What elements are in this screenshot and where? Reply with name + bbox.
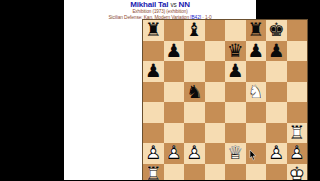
piece-white-pawn-b2: ♟♙ — [164, 143, 185, 164]
square-h8 — [287, 20, 308, 41]
square-g8: ♚ — [266, 20, 287, 41]
piece-black-pawn-f7: ♟ — [246, 41, 267, 62]
square-c1 — [184, 164, 205, 181]
piece-white-pawn-g2: ♟♙ — [266, 143, 287, 164]
game-panel: Mikhail Tal vs NN Exhibition (1973) (exh… — [64, 0, 256, 180]
piece-black-pawn-e6: ♟ — [225, 61, 246, 82]
piece-black-rook-a8: ♜ — [143, 20, 164, 41]
square-c5: ♞ — [184, 82, 205, 103]
square-f4 — [246, 102, 267, 123]
piece-black-pawn-b7: ♟ — [164, 41, 185, 62]
square-d8 — [205, 20, 226, 41]
square-b8 — [164, 20, 185, 41]
square-f8: ♜ — [246, 20, 267, 41]
square-c8: ♝ — [184, 20, 205, 41]
square-h4 — [287, 102, 308, 123]
piece-black-king-g8: ♚ — [266, 20, 287, 41]
square-b5 — [164, 82, 185, 103]
piece-white-rook-h3: ♜♖ — [287, 123, 308, 144]
vs-label: vs — [170, 1, 176, 8]
square-g2: ♟♙ — [266, 143, 287, 164]
square-b3 — [164, 123, 185, 144]
piece-black-queen-e7: ♛ — [225, 41, 246, 62]
square-g6 — [266, 61, 287, 82]
piece-black-knight-c5: ♞ — [184, 82, 205, 103]
square-d5 — [205, 82, 226, 103]
piece-black-pawn-a6: ♟ — [143, 61, 164, 82]
square-a8: ♜ — [143, 20, 164, 41]
square-e4 — [225, 102, 246, 123]
square-f1 — [246, 164, 267, 181]
square-e6: ♟ — [225, 61, 246, 82]
square-d4 — [205, 102, 226, 123]
square-a4 — [143, 102, 164, 123]
square-b6 — [164, 61, 185, 82]
video-frame: Mikhail Tal vs NN Exhibition (1973) (exh… — [0, 0, 320, 180]
game-title: Mikhail Tal vs NN — [64, 1, 256, 9]
square-b7: ♟ — [164, 41, 185, 62]
square-d6 — [205, 61, 226, 82]
square-a7 — [143, 41, 164, 62]
piece-black-bishop-c8: ♝ — [184, 20, 205, 41]
square-d3 — [205, 123, 226, 144]
square-c7 — [184, 41, 205, 62]
square-g7: ♟ — [266, 41, 287, 62]
square-e8 — [225, 20, 246, 41]
black-player-link[interactable]: NN — [179, 0, 190, 9]
piece-black-pawn-g7: ♟ — [266, 41, 287, 62]
result-label: 1-0 — [205, 15, 212, 20]
square-g3 — [266, 123, 287, 144]
square-b2: ♟♙ — [164, 143, 185, 164]
square-c4 — [184, 102, 205, 123]
square-b1 — [164, 164, 185, 181]
square-e7: ♛ — [225, 41, 246, 62]
game-header: Mikhail Tal vs NN Exhibition (1973) (exh… — [64, 0, 256, 21]
square-a2: ♟♙ — [143, 143, 164, 164]
square-h1: ♚♔ — [287, 164, 308, 181]
piece-white-knight-f5: ♞♘ — [246, 82, 267, 103]
square-f7: ♟ — [246, 41, 267, 62]
square-e3 — [225, 123, 246, 144]
square-c2: ♟♙ — [184, 143, 205, 164]
white-player-link[interactable]: Mikhail Tal — [130, 0, 168, 9]
square-e5 — [225, 82, 246, 103]
square-a5 — [143, 82, 164, 103]
piece-white-rook-a1: ♜♖ — [143, 164, 164, 181]
square-g5 — [266, 82, 287, 103]
square-f3 — [246, 123, 267, 144]
square-h2: ♟♙ — [287, 143, 308, 164]
square-f5: ♞♘ — [246, 82, 267, 103]
piece-white-pawn-c2: ♟♙ — [184, 143, 205, 164]
square-g1 — [266, 164, 287, 181]
square-h5 — [287, 82, 308, 103]
square-c6 — [184, 61, 205, 82]
square-d7 — [205, 41, 226, 62]
piece-white-pawn-a2: ♟♙ — [143, 143, 164, 164]
square-g4 — [266, 102, 287, 123]
chess-board: ♜♝♜♚♟♛♟♟♟♟♞♞♘♜♖♟♙♟♙♟♙♛♕♟♙♟♙♜♖♚♔ — [143, 20, 307, 180]
piece-black-rook-f8: ♜ — [246, 20, 267, 41]
piece-white-pawn-h2: ♟♙ — [287, 143, 308, 164]
square-e2: ♛♕ — [225, 143, 246, 164]
square-a6: ♟ — [143, 61, 164, 82]
square-d2 — [205, 143, 226, 164]
square-a1: ♜♖ — [143, 164, 164, 181]
piece-white-queen-e2: ♛♕ — [225, 143, 246, 164]
square-e1 — [225, 164, 246, 181]
square-a3 — [143, 123, 164, 144]
piece-white-king-h1: ♚♔ — [287, 164, 308, 181]
square-d1 — [205, 164, 226, 181]
square-c3 — [184, 123, 205, 144]
square-h3: ♜♖ — [287, 123, 308, 144]
square-h6 — [287, 61, 308, 82]
square-h7 — [287, 41, 308, 62]
mouse-cursor — [249, 150, 257, 161]
square-f6 — [246, 61, 267, 82]
square-b4 — [164, 102, 185, 123]
